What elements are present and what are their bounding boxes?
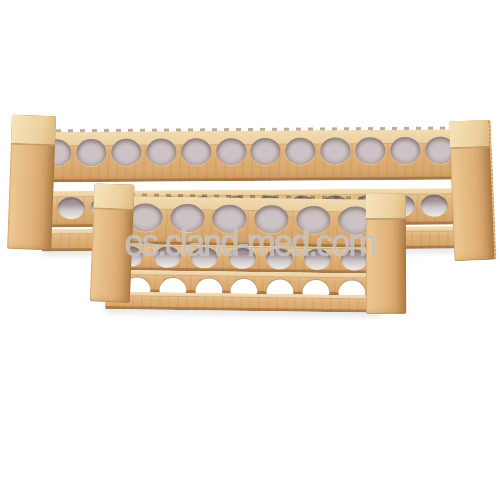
arch-cutout	[231, 279, 258, 294]
arch-cutout	[195, 278, 222, 293]
product-photo-canvas: es.cland-med.com	[0, 0, 500, 500]
arch-cutout	[303, 280, 330, 295]
arch-cutout	[159, 278, 186, 293]
small-rack-base-rail	[105, 292, 383, 313]
watermark-text: es.cland-med.com	[25, 224, 475, 262]
arch-cutout	[338, 280, 365, 295]
arch-cutout	[267, 279, 294, 294]
wood-post-cap	[93, 183, 134, 211]
wood-post-cap	[366, 194, 406, 220]
